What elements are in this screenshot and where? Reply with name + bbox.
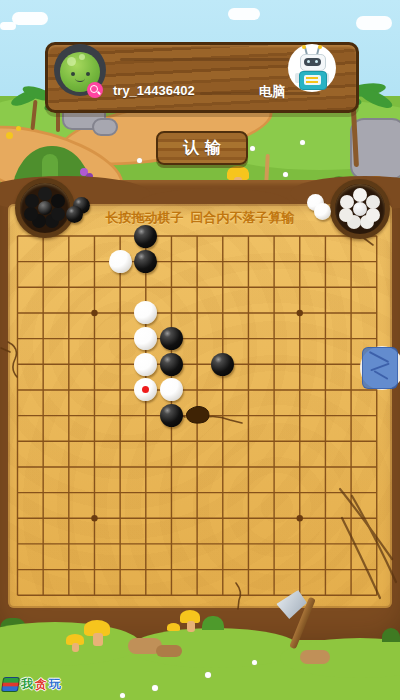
stone-white-f12[interactable] <box>134 301 157 324</box>
stone-white-f9[interactable] <box>134 378 157 401</box>
stones-layer <box>0 0 400 700</box>
last-move-marker <box>142 386 149 393</box>
stone-white-f11[interactable] <box>134 327 157 350</box>
stone-white-f10[interactable] <box>134 353 157 376</box>
stone-black-i10[interactable] <box>211 353 234 376</box>
stone-white-g9[interactable] <box>160 378 183 401</box>
game-screen: 长按拖动棋子 回合内不落子算输 try_14436402 电脑 <box>0 0 400 700</box>
stone-black-g10[interactable] <box>160 353 183 376</box>
stone-white-e14[interactable] <box>109 250 132 273</box>
stone-black-f15[interactable] <box>134 225 157 248</box>
stone-black-g8[interactable] <box>160 404 183 427</box>
stone-black-g11[interactable] <box>160 327 183 350</box>
stone-black-f14[interactable] <box>134 250 157 273</box>
